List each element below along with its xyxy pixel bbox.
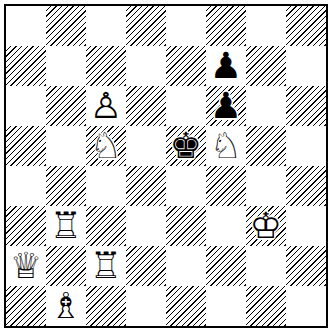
square-f6[interactable]: ♟♟ xyxy=(206,86,246,126)
square-c4[interactable] xyxy=(86,166,126,206)
square-b7[interactable] xyxy=(46,46,86,86)
square-a1[interactable] xyxy=(6,286,46,326)
square-c7[interactable] xyxy=(86,46,126,86)
square-g1[interactable] xyxy=(246,286,286,326)
square-g2[interactable] xyxy=(246,246,286,286)
square-g3[interactable]: ♚♔ xyxy=(246,206,286,246)
square-b3[interactable]: ♜♖ xyxy=(46,206,86,246)
square-h3[interactable] xyxy=(286,206,326,246)
square-b8[interactable] xyxy=(46,6,86,46)
square-d7[interactable] xyxy=(126,46,166,86)
square-f1[interactable] xyxy=(206,286,246,326)
square-c6[interactable]: ♟♙ xyxy=(86,86,126,126)
white-pawn[interactable]: ♟♙ xyxy=(86,86,126,126)
square-e4[interactable] xyxy=(166,166,206,206)
black-pawn[interactable]: ♟♟ xyxy=(206,86,246,126)
white-queen-icon: ♕ xyxy=(6,246,46,286)
square-g7[interactable] xyxy=(246,46,286,86)
square-d5[interactable] xyxy=(126,126,166,166)
square-a8[interactable] xyxy=(6,6,46,46)
square-d6[interactable] xyxy=(126,86,166,126)
white-pawn-icon: ♙ xyxy=(86,86,126,126)
square-e5[interactable]: ♚♚ xyxy=(166,126,206,166)
square-c5[interactable]: ♞♘ xyxy=(86,126,126,166)
square-c8[interactable] xyxy=(86,6,126,46)
square-e6[interactable] xyxy=(166,86,206,126)
square-b5[interactable] xyxy=(46,126,86,166)
square-c1[interactable] xyxy=(86,286,126,326)
square-b2[interactable] xyxy=(46,246,86,286)
square-f5[interactable]: ♞♘ xyxy=(206,126,246,166)
white-king-icon: ♔ xyxy=(246,206,286,246)
square-f8[interactable] xyxy=(206,6,246,46)
white-queen[interactable]: ♛♕ xyxy=(6,246,46,286)
square-h8[interactable] xyxy=(286,6,326,46)
white-rook[interactable]: ♜♖ xyxy=(46,206,86,246)
square-e8[interactable] xyxy=(166,6,206,46)
square-e1[interactable] xyxy=(166,286,206,326)
square-h2[interactable] xyxy=(286,246,326,286)
square-f2[interactable] xyxy=(206,246,246,286)
square-d3[interactable] xyxy=(126,206,166,246)
white-knight-icon: ♘ xyxy=(206,126,246,166)
square-h1[interactable] xyxy=(286,286,326,326)
square-d8[interactable] xyxy=(126,6,166,46)
square-h7[interactable] xyxy=(286,46,326,86)
black-king-icon: ♚ xyxy=(166,126,206,166)
square-d4[interactable] xyxy=(126,166,166,206)
white-bishop[interactable]: ♝♗ xyxy=(46,286,86,326)
square-e3[interactable] xyxy=(166,206,206,246)
square-a6[interactable] xyxy=(6,86,46,126)
square-b6[interactable] xyxy=(46,86,86,126)
square-e7[interactable] xyxy=(166,46,206,86)
square-b1[interactable]: ♝♗ xyxy=(46,286,86,326)
white-bishop-icon: ♗ xyxy=(46,286,86,326)
square-a7[interactable] xyxy=(6,46,46,86)
square-h4[interactable] xyxy=(286,166,326,206)
square-h5[interactable] xyxy=(286,126,326,166)
square-a5[interactable] xyxy=(6,126,46,166)
black-pawn-icon: ♟ xyxy=(206,46,246,86)
square-g5[interactable] xyxy=(246,126,286,166)
square-f7[interactable]: ♟♟ xyxy=(206,46,246,86)
white-rook-icon: ♖ xyxy=(46,206,86,246)
white-king[interactable]: ♚♔ xyxy=(246,206,286,246)
square-f3[interactable] xyxy=(206,206,246,246)
square-c2[interactable]: ♜♖ xyxy=(86,246,126,286)
white-knight-icon: ♘ xyxy=(86,126,126,166)
square-c3[interactable] xyxy=(86,206,126,246)
chess-diagram: ♟♟♟♙♟♟♞♘♚♚♞♘♜♖♚♔♛♕♜♖♝♗ xyxy=(0,0,332,332)
white-knight[interactable]: ♞♘ xyxy=(86,126,126,166)
black-pawn[interactable]: ♟♟ xyxy=(206,46,246,86)
square-a4[interactable] xyxy=(6,166,46,206)
chess-board: ♟♟♟♙♟♟♞♘♚♚♞♘♜♖♚♔♛♕♜♖♝♗ xyxy=(4,4,328,328)
white-rook[interactable]: ♜♖ xyxy=(86,246,126,286)
black-pawn-icon: ♟ xyxy=(206,86,246,126)
square-a3[interactable] xyxy=(6,206,46,246)
square-f4[interactable] xyxy=(206,166,246,206)
white-rook-icon: ♖ xyxy=(86,246,126,286)
square-h6[interactable] xyxy=(286,86,326,126)
square-b4[interactable] xyxy=(46,166,86,206)
square-e2[interactable] xyxy=(166,246,206,286)
square-g4[interactable] xyxy=(246,166,286,206)
square-a2[interactable]: ♛♕ xyxy=(6,246,46,286)
square-g8[interactable] xyxy=(246,6,286,46)
black-king[interactable]: ♚♚ xyxy=(166,126,206,166)
white-knight[interactable]: ♞♘ xyxy=(206,126,246,166)
square-d2[interactable] xyxy=(126,246,166,286)
square-d1[interactable] xyxy=(126,286,166,326)
square-g6[interactable] xyxy=(246,86,286,126)
